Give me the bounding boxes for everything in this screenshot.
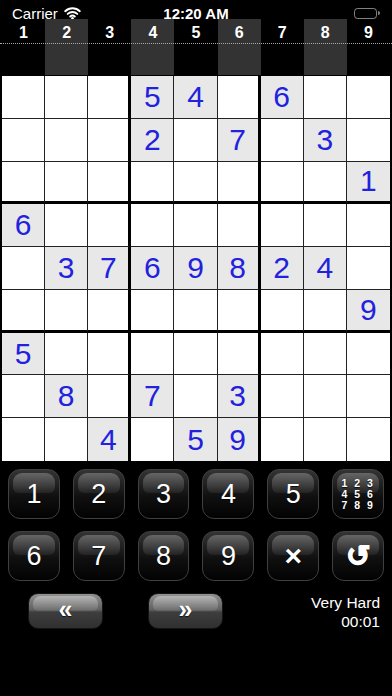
pencil-notes-button[interactable]: 1 2 3 4 5 6 7 8 9 xyxy=(332,469,384,519)
cell-r4c6[interactable] xyxy=(218,204,261,247)
cell-r6c4[interactable] xyxy=(131,290,174,333)
cell-r2c7[interactable] xyxy=(261,119,304,162)
cell-r2c8[interactable]: 3 xyxy=(304,119,347,162)
digit-8-button[interactable]: 8 xyxy=(138,531,190,581)
cell-r7c5[interactable] xyxy=(174,333,217,376)
keypad-row-2: 6 7 8 9 × ↺ xyxy=(8,531,384,581)
previous-puzzle-button[interactable]: « xyxy=(28,593,103,629)
cell-r4c2[interactable] xyxy=(45,204,88,247)
double-chevron-right-icon: » xyxy=(179,595,193,624)
cell-r8c5[interactable] xyxy=(174,375,217,418)
cell-r3c5[interactable] xyxy=(174,162,217,205)
cell-r5c5[interactable]: 9 xyxy=(174,247,217,290)
cell-r2c1[interactable] xyxy=(2,119,45,162)
cell-r1c5[interactable]: 4 xyxy=(174,76,217,119)
timer-label: 00:01 xyxy=(223,612,380,631)
cell-r7c6[interactable] xyxy=(218,333,261,376)
cell-r8c8[interactable] xyxy=(304,375,347,418)
cell-r6c2[interactable] xyxy=(45,290,88,333)
cell-r1c1[interactable] xyxy=(2,76,45,119)
keypad-row-1: 1 2 3 4 5 1 2 3 4 5 6 7 8 9 xyxy=(8,469,384,519)
cell-r5c8[interactable]: 4 xyxy=(304,247,347,290)
column-header-4: 4 xyxy=(131,19,174,75)
cell-r3c4[interactable] xyxy=(131,162,174,205)
cell-r3c7[interactable] xyxy=(261,162,304,205)
column-header-9: 9 xyxy=(347,19,390,75)
cell-r9c7[interactable] xyxy=(261,418,304,461)
sudoku-board: 54627316376982495873459 xyxy=(0,75,392,463)
column-header-7: 7 xyxy=(261,19,304,75)
cell-r6c6[interactable] xyxy=(218,290,261,333)
column-header-1: 1 xyxy=(2,19,45,75)
cell-r3c1[interactable] xyxy=(2,162,45,205)
cell-r6c9[interactable]: 9 xyxy=(347,290,390,333)
cell-r7c3[interactable] xyxy=(88,333,131,376)
column-header-8: 8 xyxy=(304,19,347,75)
cell-r8c4[interactable]: 7 xyxy=(131,375,174,418)
cell-r6c7[interactable] xyxy=(261,290,304,333)
cell-r9c1[interactable] xyxy=(2,418,45,461)
column-header-3: 3 xyxy=(88,19,131,75)
digit-9-button[interactable]: 9 xyxy=(202,531,254,581)
cell-r5c9[interactable] xyxy=(347,247,390,290)
cell-r8c9[interactable] xyxy=(347,375,390,418)
cell-r6c3[interactable] xyxy=(88,290,131,333)
cell-r2c3[interactable] xyxy=(88,119,131,162)
cell-r6c5[interactable] xyxy=(174,290,217,333)
cell-r7c1[interactable]: 5 xyxy=(2,333,45,376)
cell-r7c2[interactable] xyxy=(45,333,88,376)
cell-r2c2[interactable] xyxy=(45,119,88,162)
cell-r7c9[interactable] xyxy=(347,333,390,376)
cell-r2c6[interactable]: 7 xyxy=(218,119,261,162)
footer-bar: « » Very Hard 00:01 xyxy=(0,593,392,631)
cell-r1c4[interactable]: 5 xyxy=(131,76,174,119)
cell-r2c5[interactable] xyxy=(174,119,217,162)
cell-r1c9[interactable] xyxy=(347,76,390,119)
difficulty-label: Very Hard xyxy=(223,593,380,612)
cell-r3c9[interactable]: 1 xyxy=(347,162,390,205)
cell-r4c3[interactable] xyxy=(88,204,131,247)
battery-full-icon xyxy=(354,8,380,19)
top-bar: Carrier 12:20 AM 123456789 xyxy=(0,0,392,75)
cell-r8c6[interactable]: 3 xyxy=(218,375,261,418)
column-header-5: 5 xyxy=(174,19,217,75)
cell-r5c6[interactable]: 8 xyxy=(218,247,261,290)
cell-r5c3[interactable]: 7 xyxy=(88,247,131,290)
cell-r9c8[interactable] xyxy=(304,418,347,461)
next-puzzle-button[interactable]: » xyxy=(148,593,223,629)
cell-r5c4[interactable]: 6 xyxy=(131,247,174,290)
wifi-icon xyxy=(64,7,81,20)
cell-r7c7[interactable] xyxy=(261,333,304,376)
column-header-2: 2 xyxy=(45,19,88,75)
cell-r5c2[interactable]: 3 xyxy=(45,247,88,290)
cell-r9c9[interactable] xyxy=(347,418,390,461)
digit-4-button[interactable]: 4 xyxy=(202,469,254,519)
digit-1-button[interactable]: 1 xyxy=(8,469,60,519)
cell-r6c8[interactable] xyxy=(304,290,347,333)
cell-r8c7[interactable] xyxy=(261,375,304,418)
cell-r1c7[interactable]: 6 xyxy=(261,76,304,119)
cell-r4c9[interactable] xyxy=(347,204,390,247)
cell-r7c8[interactable] xyxy=(304,333,347,376)
cell-r1c3[interactable] xyxy=(88,76,131,119)
cell-r3c8[interactable] xyxy=(304,162,347,205)
cell-r1c6[interactable] xyxy=(218,76,261,119)
digit-7-button[interactable]: 7 xyxy=(73,531,125,581)
cell-r2c4[interactable]: 2 xyxy=(131,119,174,162)
cell-r7c4[interactable] xyxy=(131,333,174,376)
cell-r8c3[interactable] xyxy=(88,375,131,418)
cell-r3c6[interactable] xyxy=(218,162,261,205)
column-header-row: 123456789 xyxy=(2,19,390,75)
cell-r9c3[interactable]: 4 xyxy=(88,418,131,461)
cell-r3c2[interactable] xyxy=(45,162,88,205)
multiply-x-icon: × xyxy=(284,539,302,573)
cell-r4c4[interactable] xyxy=(131,204,174,247)
cell-r4c1[interactable]: 6 xyxy=(2,204,45,247)
game-info: Very Hard 00:01 xyxy=(223,593,380,631)
digit-6-button[interactable]: 6 xyxy=(8,531,60,581)
erase-button[interactable]: × xyxy=(267,531,319,581)
cell-r9c2[interactable] xyxy=(45,418,88,461)
cell-r8c1[interactable] xyxy=(2,375,45,418)
header-dotted-line xyxy=(0,43,392,44)
column-header-6: 6 xyxy=(218,19,261,75)
cell-r2c9[interactable] xyxy=(347,119,390,162)
keypad: 1 2 3 4 5 1 2 3 4 5 6 7 8 9 6 7 8 9 × ↺ xyxy=(8,469,384,581)
digit-2-button[interactable]: 2 xyxy=(73,469,125,519)
cell-r4c8[interactable] xyxy=(304,204,347,247)
cell-r1c2[interactable] xyxy=(45,76,88,119)
cell-r9c4[interactable] xyxy=(131,418,174,461)
cell-r5c1[interactable] xyxy=(2,247,45,290)
undo-circular-arrow-icon: ↺ xyxy=(346,539,370,573)
cell-r1c8[interactable] xyxy=(304,76,347,119)
cell-r3c3[interactable] xyxy=(88,162,131,205)
cell-r8c2[interactable]: 8 xyxy=(45,375,88,418)
cell-r4c5[interactable] xyxy=(174,204,217,247)
cell-r4c7[interactable] xyxy=(261,204,304,247)
cell-r9c5[interactable]: 5 xyxy=(174,418,217,461)
digit-5-button[interactable]: 5 xyxy=(267,469,319,519)
digit-3-button[interactable]: 3 xyxy=(138,469,190,519)
cell-r6c1[interactable] xyxy=(2,290,45,333)
cell-r9c6[interactable]: 9 xyxy=(218,418,261,461)
cell-r5c7[interactable]: 2 xyxy=(261,247,304,290)
undo-button[interactable]: ↺ xyxy=(332,531,384,581)
double-chevron-left-icon: « xyxy=(59,595,73,624)
